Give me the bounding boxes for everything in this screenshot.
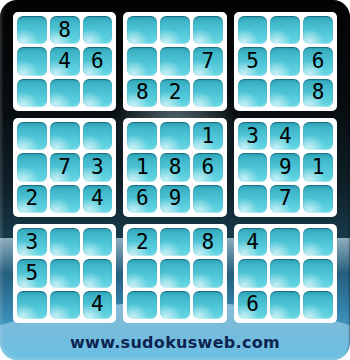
sudoku-cell[interactable] — [193, 79, 223, 107]
sudoku-cell[interactable]: 7 — [270, 185, 300, 213]
sudoku-cell[interactable] — [83, 122, 113, 150]
sudoku-cell[interactable]: 8 — [160, 153, 190, 181]
sudoku-cell[interactable] — [270, 79, 300, 107]
sudoku-cell[interactable]: 3 — [17, 228, 47, 256]
board-footer: www.sudokusweb.com — [0, 324, 350, 360]
sudoku-block: 782 — [123, 12, 226, 111]
sudoku-cell[interactable]: 3 — [83, 153, 113, 181]
sudoku-cell[interactable] — [83, 16, 113, 44]
sudoku-cell[interactable] — [50, 228, 80, 256]
sudoku-cell[interactable]: 9 — [270, 153, 300, 181]
sudoku-block: 354 — [13, 224, 116, 323]
sudoku-cell[interactable]: 8 — [303, 79, 333, 107]
sudoku-cell[interactable] — [303, 291, 333, 319]
sudoku-cell[interactable] — [193, 16, 223, 44]
sudoku-cell[interactable]: 4 — [83, 185, 113, 213]
sudoku-cell[interactable] — [270, 228, 300, 256]
sudoku-cell[interactable]: 4 — [50, 47, 80, 75]
sudoku-cell[interactable] — [160, 291, 190, 319]
sudoku-cell[interactable] — [303, 122, 333, 150]
sudoku-cell[interactable] — [193, 259, 223, 287]
sudoku-cell[interactable]: 8 — [50, 16, 80, 44]
sudoku-cell[interactable]: 2 — [160, 79, 190, 107]
sudoku-cell[interactable] — [17, 79, 47, 107]
sudokusweb-link[interactable]: www.sudokusweb.com — [70, 333, 280, 352]
sudoku-cell[interactable] — [193, 185, 223, 213]
sudoku-cell[interactable]: 8 — [193, 228, 223, 256]
sudoku-cell[interactable] — [17, 153, 47, 181]
sudoku-cell[interactable]: 1 — [127, 153, 157, 181]
sudoku-cell[interactable] — [303, 185, 333, 213]
sudoku-cell[interactable] — [127, 259, 157, 287]
sudoku-cell[interactable] — [127, 291, 157, 319]
sudoku-block: 46 — [234, 224, 337, 323]
sudoku-cell[interactable]: 2 — [127, 228, 157, 256]
sudoku-cell[interactable] — [238, 185, 268, 213]
sudoku-cell[interactable] — [160, 122, 190, 150]
sudoku-cell[interactable] — [270, 291, 300, 319]
sudoku-cell[interactable] — [50, 185, 80, 213]
sudoku-cell[interactable] — [193, 291, 223, 319]
sudoku-cell[interactable] — [83, 79, 113, 107]
sudoku-cell[interactable]: 5 — [17, 259, 47, 287]
sudoku-cell[interactable] — [270, 47, 300, 75]
sudoku-cell[interactable]: 4 — [238, 228, 268, 256]
sudoku-board: 8467825687324118669349173542846 — [13, 12, 337, 323]
sudoku-block: 7324 — [13, 118, 116, 217]
sudoku-cell[interactable]: 1 — [303, 153, 333, 181]
sudoku-cell[interactable] — [160, 259, 190, 287]
sudoku-cell[interactable]: 8 — [127, 79, 157, 107]
sudoku-cell[interactable] — [127, 16, 157, 44]
sudoku-cell[interactable]: 6 — [127, 185, 157, 213]
sudoku-block: 118669 — [123, 118, 226, 217]
sudoku-cell[interactable]: 6 — [303, 47, 333, 75]
sudoku-cell[interactable] — [270, 16, 300, 44]
sudoku-cell[interactable]: 6 — [83, 47, 113, 75]
sudoku-block: 846 — [13, 12, 116, 111]
sudoku-cell[interactable] — [270, 259, 300, 287]
sudoku-cell[interactable]: 3 — [238, 122, 268, 150]
sudoku-block: 568 — [234, 12, 337, 111]
sudoku-cell[interactable] — [50, 79, 80, 107]
sudoku-cell[interactable]: 4 — [270, 122, 300, 150]
sudoku-cell[interactable] — [303, 259, 333, 287]
sudoku-cell[interactable]: 6 — [193, 153, 223, 181]
sudoku-cell[interactable] — [160, 16, 190, 44]
sudoku-cell[interactable] — [238, 153, 268, 181]
sudoku-cell[interactable]: 6 — [238, 291, 268, 319]
sudoku-cell[interactable] — [83, 259, 113, 287]
sudoku-cell[interactable]: 1 — [193, 122, 223, 150]
sudoku-cell[interactable] — [238, 79, 268, 107]
sudoku-cell[interactable] — [238, 259, 268, 287]
sudoku-cell[interactable]: 4 — [83, 291, 113, 319]
sudoku-cell[interactable] — [17, 47, 47, 75]
sudoku-block: 28 — [123, 224, 226, 323]
sudoku-cell[interactable] — [17, 16, 47, 44]
sudoku-cell[interactable] — [17, 122, 47, 150]
sudoku-cell[interactable] — [160, 228, 190, 256]
sudoku-cell[interactable]: 2 — [17, 185, 47, 213]
sudoku-cell[interactable] — [83, 228, 113, 256]
sudoku-cell[interactable] — [127, 122, 157, 150]
sudoku-cell[interactable] — [303, 16, 333, 44]
sudoku-cell[interactable] — [160, 47, 190, 75]
sudoku-cell[interactable] — [17, 291, 47, 319]
sudoku-cell[interactable]: 7 — [50, 153, 80, 181]
sudoku-cell[interactable] — [238, 16, 268, 44]
sudoku-frame: 8467825687324118669349173542846 www.sudo… — [0, 0, 350, 360]
sudoku-cell[interactable] — [127, 47, 157, 75]
sudoku-cell[interactable] — [50, 122, 80, 150]
sudoku-block: 34917 — [234, 118, 337, 217]
sudoku-cell[interactable] — [50, 291, 80, 319]
sudoku-cell[interactable] — [50, 259, 80, 287]
sudoku-cell[interactable]: 7 — [193, 47, 223, 75]
sudoku-cell[interactable] — [303, 228, 333, 256]
sudoku-cell[interactable]: 5 — [238, 47, 268, 75]
sudoku-cell[interactable]: 9 — [160, 185, 190, 213]
